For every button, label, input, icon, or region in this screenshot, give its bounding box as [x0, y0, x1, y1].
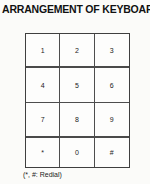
keypad-grid: 1 2 3 4 5 6 7 8 9 * 0 # [25, 33, 130, 168]
key-hash: # [95, 138, 129, 167]
key-4: 4 [26, 68, 60, 102]
redial-footnote: (*, #: Redial) [23, 171, 62, 178]
key-7: 7 [26, 103, 60, 138]
key-8: 8 [60, 103, 94, 138]
key-3: 3 [95, 34, 129, 68]
key-6: 6 [95, 68, 129, 102]
keyboard-arrangement-figure: ARRANGEMENT OF KEYBOARD 1 2 3 4 5 6 7 8 … [0, 0, 150, 184]
figure-title: ARRANGEMENT OF KEYBOARD [2, 3, 150, 15]
key-5: 5 [60, 68, 94, 102]
key-2: 2 [60, 34, 94, 68]
key-0: 0 [60, 138, 94, 167]
key-9: 9 [95, 103, 129, 138]
key-1: 1 [26, 34, 60, 68]
key-star: * [26, 138, 60, 167]
